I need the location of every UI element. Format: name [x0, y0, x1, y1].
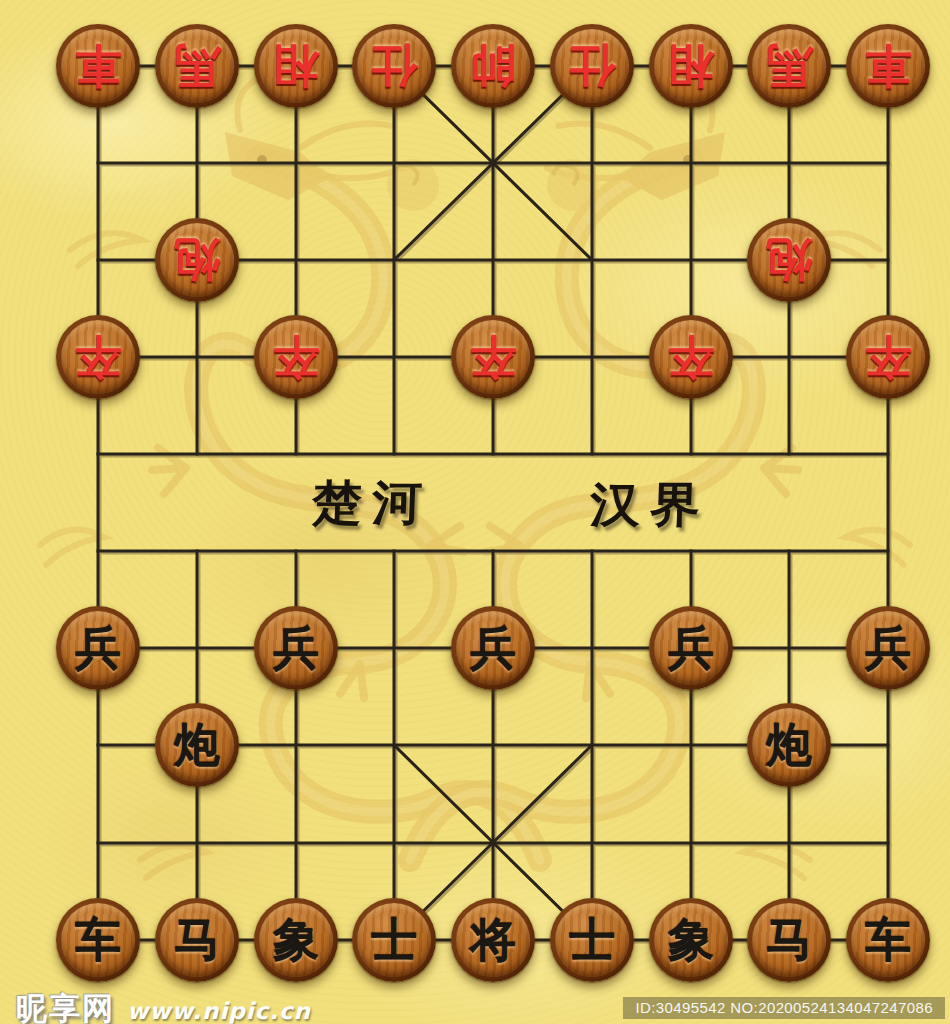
piece-character: 士: [371, 917, 417, 963]
piece-red-soldier[interactable]: 卒: [56, 315, 140, 399]
piece-red-general[interactable]: 帥: [451, 24, 535, 108]
piece-character: 炮: [174, 722, 220, 768]
piece-character: 卒: [668, 334, 714, 380]
piece-black-soldier[interactable]: 兵: [846, 606, 930, 690]
piece-red-advisor[interactable]: 仕: [352, 24, 436, 108]
piece-character: 仕: [371, 43, 417, 89]
piece-character: 兵: [470, 625, 516, 671]
piece-red-cannon[interactable]: 炮: [155, 218, 239, 302]
piece-character: 兵: [75, 625, 121, 671]
piece-black-chariot[interactable]: 车: [56, 898, 140, 982]
board-grid: [0, 0, 950, 1024]
piece-red-chariot[interactable]: 車: [56, 24, 140, 108]
river-text-left: 楚河: [291, 472, 453, 536]
piece-black-cannon[interactable]: 炮: [155, 703, 239, 787]
piece-character: 马: [174, 917, 220, 963]
piece-character: 兵: [273, 625, 319, 671]
piece-black-horse[interactable]: 马: [155, 898, 239, 982]
piece-character: 车: [75, 917, 121, 963]
piece-black-elephant[interactable]: 象: [254, 898, 338, 982]
piece-red-horse[interactable]: 馬: [747, 24, 831, 108]
piece-character: 車: [865, 43, 911, 89]
piece-black-horse[interactable]: 马: [747, 898, 831, 982]
piece-character: 馬: [174, 43, 220, 89]
piece-black-general[interactable]: 将: [451, 898, 535, 982]
piece-black-soldier[interactable]: 兵: [56, 606, 140, 690]
piece-character: 車: [75, 43, 121, 89]
xiangqi-board: 楚河 汉界 車馬相仕帥仕相馬車炮炮卒卒卒卒卒兵兵兵兵兵炮炮车马象士将士象马车 昵…: [0, 0, 950, 1024]
piece-character: 兵: [865, 625, 911, 671]
piece-black-elephant[interactable]: 象: [649, 898, 733, 982]
piece-character: 相: [273, 43, 319, 89]
piece-character: 马: [766, 917, 812, 963]
piece-character: 将: [470, 917, 516, 963]
piece-red-advisor[interactable]: 仕: [550, 24, 634, 108]
piece-red-cannon[interactable]: 炮: [747, 218, 831, 302]
piece-red-soldier[interactable]: 卒: [846, 315, 930, 399]
piece-character: 炮: [766, 237, 812, 283]
piece-black-soldier[interactable]: 兵: [649, 606, 733, 690]
piece-black-advisor[interactable]: 士: [352, 898, 436, 982]
piece-black-advisor[interactable]: 士: [550, 898, 634, 982]
piece-character: 兵: [668, 625, 714, 671]
piece-red-elephant[interactable]: 相: [649, 24, 733, 108]
piece-red-soldier[interactable]: 卒: [254, 315, 338, 399]
piece-character: 士: [569, 917, 615, 963]
piece-red-elephant[interactable]: 相: [254, 24, 338, 108]
piece-character: 卒: [273, 334, 319, 380]
piece-character: 卒: [470, 334, 516, 380]
piece-character: 卒: [865, 334, 911, 380]
piece-character: 相: [668, 43, 714, 89]
piece-character: 车: [865, 917, 911, 963]
piece-black-soldier[interactable]: 兵: [451, 606, 535, 690]
river-text-right: 汉界: [569, 474, 731, 538]
piece-black-cannon[interactable]: 炮: [747, 703, 831, 787]
piece-black-chariot[interactable]: 车: [846, 898, 930, 982]
piece-character: 帥: [470, 43, 516, 89]
piece-red-soldier[interactable]: 卒: [649, 315, 733, 399]
piece-red-soldier[interactable]: 卒: [451, 315, 535, 399]
piece-character: 象: [273, 917, 319, 963]
piece-character: 象: [668, 917, 714, 963]
watermark-id: ID:30495542 NO:20200524134047247086: [623, 997, 945, 1019]
piece-character: 馬: [766, 43, 812, 89]
piece-black-soldier[interactable]: 兵: [254, 606, 338, 690]
piece-character: 炮: [766, 722, 812, 768]
piece-character: 卒: [75, 334, 121, 380]
piece-character: 炮: [174, 237, 220, 283]
piece-red-chariot[interactable]: 車: [846, 24, 930, 108]
piece-character: 仕: [569, 43, 615, 89]
piece-red-horse[interactable]: 馬: [155, 24, 239, 108]
